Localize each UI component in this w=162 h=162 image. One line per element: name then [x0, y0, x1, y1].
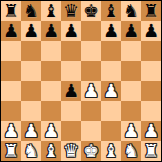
piece-white-pawn[interactable]: ♟ — [143, 121, 159, 141]
piece-black-pawn[interactable]: ♟ — [123, 21, 139, 41]
square-a3[interactable] — [1, 101, 21, 121]
square-d6[interactable] — [61, 41, 81, 61]
square-e3[interactable] — [81, 101, 101, 121]
piece-black-bishop[interactable]: ♝ — [43, 1, 59, 21]
square-c2[interactable]: ♟ — [41, 121, 61, 141]
piece-black-knight[interactable]: ♞ — [23, 1, 39, 21]
piece-white-pawn[interactable]: ♟ — [83, 81, 99, 101]
square-b3[interactable] — [21, 101, 41, 121]
piece-black-king[interactable]: ♚ — [83, 1, 99, 21]
square-f8[interactable]: ♝ — [101, 1, 121, 21]
square-a1[interactable]: ♜ — [1, 141, 21, 161]
square-c1[interactable]: ♝ — [41, 141, 61, 161]
piece-white-bishop[interactable]: ♝ — [43, 141, 59, 161]
piece-black-rook[interactable]: ♜ — [143, 1, 159, 21]
square-d3[interactable] — [61, 101, 81, 121]
square-d7[interactable]: ♟ — [61, 21, 81, 41]
piece-white-rook[interactable]: ♜ — [3, 141, 19, 161]
square-h2[interactable]: ♟ — [141, 121, 161, 141]
square-h8[interactable]: ♜ — [141, 1, 161, 21]
square-e5[interactable] — [81, 61, 101, 81]
piece-white-rook[interactable]: ♜ — [143, 141, 159, 161]
piece-white-king[interactable]: ♚ — [83, 141, 99, 161]
square-b4[interactable] — [21, 81, 41, 101]
square-h4[interactable] — [141, 81, 161, 101]
square-f2[interactable] — [101, 121, 121, 141]
square-c5[interactable] — [41, 61, 61, 81]
square-h5[interactable] — [141, 61, 161, 81]
square-c4[interactable] — [41, 81, 61, 101]
square-c8[interactable]: ♝ — [41, 1, 61, 21]
square-h7[interactable]: ♟ — [141, 21, 161, 41]
square-d4[interactable]: ♟ — [61, 81, 81, 101]
piece-white-queen[interactable]: ♛ — [63, 141, 79, 161]
piece-black-bishop[interactable]: ♝ — [103, 1, 119, 21]
square-b7[interactable]: ♟ — [21, 21, 41, 41]
piece-white-pawn[interactable]: ♟ — [3, 121, 19, 141]
square-g3[interactable] — [121, 101, 141, 121]
piece-white-pawn[interactable]: ♟ — [103, 81, 119, 101]
square-f5[interactable] — [101, 61, 121, 81]
piece-white-pawn[interactable]: ♟ — [123, 121, 139, 141]
square-b6[interactable] — [21, 41, 41, 61]
square-c7[interactable]: ♟ — [41, 21, 61, 41]
square-f6[interactable] — [101, 41, 121, 61]
piece-black-pawn[interactable]: ♟ — [63, 81, 79, 101]
square-g5[interactable] — [121, 61, 141, 81]
piece-black-pawn[interactable]: ♟ — [143, 21, 159, 41]
square-g2[interactable]: ♟ — [121, 121, 141, 141]
square-g8[interactable]: ♞ — [121, 1, 141, 21]
piece-white-bishop[interactable]: ♝ — [103, 141, 119, 161]
square-f4[interactable]: ♟ — [101, 81, 121, 101]
square-f7[interactable]: ♟ — [101, 21, 121, 41]
piece-black-queen[interactable]: ♛ — [63, 1, 79, 21]
chess-board: ♜♞♝♛♚♝♞♜♟♟♟♟♟♟♟♟♟♟♟♟♟♟♟♜♞♝♛♚♝♞♜ — [0, 0, 162, 162]
square-e6[interactable] — [81, 41, 101, 61]
square-c6[interactable] — [41, 41, 61, 61]
square-a4[interactable] — [1, 81, 21, 101]
piece-black-rook[interactable]: ♜ — [3, 1, 19, 21]
piece-white-knight[interactable]: ♞ — [23, 141, 39, 161]
square-b5[interactable] — [21, 61, 41, 81]
square-c3[interactable] — [41, 101, 61, 121]
square-h1[interactable]: ♜ — [141, 141, 161, 161]
piece-white-knight[interactable]: ♞ — [123, 141, 139, 161]
square-d1[interactable]: ♛ — [61, 141, 81, 161]
square-b8[interactable]: ♞ — [21, 1, 41, 21]
square-e7[interactable] — [81, 21, 101, 41]
square-d8[interactable]: ♛ — [61, 1, 81, 21]
square-a6[interactable] — [1, 41, 21, 61]
square-b1[interactable]: ♞ — [21, 141, 41, 161]
square-b2[interactable]: ♟ — [21, 121, 41, 141]
square-g7[interactable]: ♟ — [121, 21, 141, 41]
piece-black-pawn[interactable]: ♟ — [23, 21, 39, 41]
square-a5[interactable] — [1, 61, 21, 81]
square-g6[interactable] — [121, 41, 141, 61]
piece-white-pawn[interactable]: ♟ — [43, 121, 59, 141]
piece-white-pawn[interactable]: ♟ — [23, 121, 39, 141]
piece-black-pawn[interactable]: ♟ — [103, 21, 119, 41]
square-g4[interactable] — [121, 81, 141, 101]
square-h6[interactable] — [141, 41, 161, 61]
square-a8[interactable]: ♜ — [1, 1, 21, 21]
piece-black-pawn[interactable]: ♟ — [63, 21, 79, 41]
square-g1[interactable]: ♞ — [121, 141, 141, 161]
square-d2[interactable] — [61, 121, 81, 141]
square-a2[interactable]: ♟ — [1, 121, 21, 141]
square-d5[interactable] — [61, 61, 81, 81]
square-e8[interactable]: ♚ — [81, 1, 101, 21]
square-e4[interactable]: ♟ — [81, 81, 101, 101]
square-e1[interactable]: ♚ — [81, 141, 101, 161]
piece-black-pawn[interactable]: ♟ — [43, 21, 59, 41]
square-a7[interactable]: ♟ — [1, 21, 21, 41]
square-f3[interactable] — [101, 101, 121, 121]
piece-black-knight[interactable]: ♞ — [123, 1, 139, 21]
piece-black-pawn[interactable]: ♟ — [3, 21, 19, 41]
square-e2[interactable] — [81, 121, 101, 141]
square-h3[interactable] — [141, 101, 161, 121]
square-f1[interactable]: ♝ — [101, 141, 121, 161]
